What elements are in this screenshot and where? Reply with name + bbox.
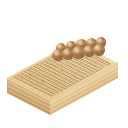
walnut (93, 44, 105, 56)
product-photo (0, 0, 128, 128)
grid-cell (106, 63, 111, 66)
